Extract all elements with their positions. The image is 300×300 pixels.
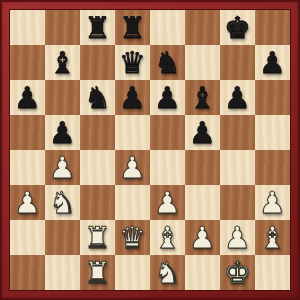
square-g8[interactable]: ♚ — [220, 10, 255, 45]
square-b1[interactable] — [45, 255, 80, 290]
piece-white-pawn[interactable]: ♟ — [119, 150, 146, 185]
square-d3[interactable] — [115, 185, 150, 220]
piece-black-king[interactable]: ♚ — [224, 10, 251, 45]
piece-black-bishop[interactable]: ♝ — [49, 45, 76, 80]
square-e8[interactable] — [150, 10, 185, 45]
square-e6[interactable]: ♟ — [150, 80, 185, 115]
piece-black-bishop[interactable]: ♝ — [189, 80, 216, 115]
piece-black-queen[interactable]: ♛ — [119, 45, 146, 80]
square-h2[interactable]: ♝ — [255, 220, 290, 255]
square-b7[interactable]: ♝ — [45, 45, 80, 80]
square-b6[interactable] — [45, 80, 80, 115]
piece-black-pawn[interactable]: ♟ — [154, 80, 181, 115]
square-e1[interactable]: ♞ — [150, 255, 185, 290]
square-b2[interactable] — [45, 220, 80, 255]
square-g6[interactable]: ♟ — [220, 80, 255, 115]
square-d4[interactable]: ♟ — [115, 150, 150, 185]
square-f1[interactable] — [185, 255, 220, 290]
square-d8[interactable]: ♜ — [115, 10, 150, 45]
piece-black-rook[interactable]: ♜ — [119, 10, 146, 45]
square-b8[interactable] — [45, 10, 80, 45]
square-e4[interactable] — [150, 150, 185, 185]
square-g7[interactable] — [220, 45, 255, 80]
square-h4[interactable] — [255, 150, 290, 185]
piece-white-queen[interactable]: ♛ — [119, 220, 146, 255]
square-b3[interactable]: ♞ — [45, 185, 80, 220]
chess-board: ♜♜♚♝♛♞♟♟♞♟♟♝♟♟♟♟♟♟♞♟♟♜♛♝♟♟♝♜♞♚ — [10, 10, 290, 290]
piece-black-pawn[interactable]: ♟ — [259, 45, 286, 80]
piece-white-knight[interactable]: ♞ — [49, 185, 76, 220]
square-d2[interactable]: ♛ — [115, 220, 150, 255]
square-c2[interactable]: ♜ — [80, 220, 115, 255]
square-d1[interactable] — [115, 255, 150, 290]
square-c3[interactable] — [80, 185, 115, 220]
square-e3[interactable]: ♟ — [150, 185, 185, 220]
square-h7[interactable]: ♟ — [255, 45, 290, 80]
square-a1[interactable] — [10, 255, 45, 290]
square-a7[interactable] — [10, 45, 45, 80]
square-h5[interactable] — [255, 115, 290, 150]
piece-white-pawn[interactable]: ♟ — [49, 150, 76, 185]
piece-white-pawn[interactable]: ♟ — [14, 185, 41, 220]
square-d6[interactable]: ♟ — [115, 80, 150, 115]
square-f6[interactable]: ♝ — [185, 80, 220, 115]
square-h3[interactable]: ♟ — [255, 185, 290, 220]
square-d5[interactable] — [115, 115, 150, 150]
square-f7[interactable] — [185, 45, 220, 80]
square-h6[interactable] — [255, 80, 290, 115]
square-h8[interactable] — [255, 10, 290, 45]
square-c1[interactable]: ♜ — [80, 255, 115, 290]
square-h1[interactable] — [255, 255, 290, 290]
piece-black-pawn[interactable]: ♟ — [14, 80, 41, 115]
piece-white-bishop[interactable]: ♝ — [154, 220, 181, 255]
square-c6[interactable]: ♞ — [80, 80, 115, 115]
piece-black-pawn[interactable]: ♟ — [119, 80, 146, 115]
square-a6[interactable]: ♟ — [10, 80, 45, 115]
square-f5[interactable]: ♟ — [185, 115, 220, 150]
square-b4[interactable]: ♟ — [45, 150, 80, 185]
piece-white-pawn[interactable]: ♟ — [189, 220, 216, 255]
piece-white-knight[interactable]: ♞ — [154, 255, 181, 290]
square-g5[interactable] — [220, 115, 255, 150]
square-f8[interactable] — [185, 10, 220, 45]
square-e5[interactable] — [150, 115, 185, 150]
square-c4[interactable] — [80, 150, 115, 185]
square-g4[interactable] — [220, 150, 255, 185]
square-g1[interactable]: ♚ — [220, 255, 255, 290]
board-frame: ♜♜♚♝♛♞♟♟♞♟♟♝♟♟♟♟♟♟♞♟♟♜♛♝♟♟♝♜♞♚ — [0, 0, 300, 300]
square-a4[interactable] — [10, 150, 45, 185]
piece-black-rook[interactable]: ♜ — [84, 10, 111, 45]
piece-black-pawn[interactable]: ♟ — [224, 80, 251, 115]
piece-white-pawn[interactable]: ♟ — [259, 185, 286, 220]
square-c8[interactable]: ♜ — [80, 10, 115, 45]
piece-black-pawn[interactable]: ♟ — [49, 115, 76, 150]
square-a3[interactable]: ♟ — [10, 185, 45, 220]
square-c5[interactable] — [80, 115, 115, 150]
piece-white-rook[interactable]: ♜ — [84, 220, 111, 255]
piece-black-knight[interactable]: ♞ — [84, 80, 111, 115]
piece-white-pawn[interactable]: ♟ — [224, 220, 251, 255]
square-f4[interactable] — [185, 150, 220, 185]
square-g2[interactable]: ♟ — [220, 220, 255, 255]
piece-white-pawn[interactable]: ♟ — [154, 185, 181, 220]
square-g3[interactable] — [220, 185, 255, 220]
piece-black-pawn[interactable]: ♟ — [189, 115, 216, 150]
square-c7[interactable] — [80, 45, 115, 80]
square-a8[interactable] — [10, 10, 45, 45]
square-b5[interactable]: ♟ — [45, 115, 80, 150]
square-f3[interactable] — [185, 185, 220, 220]
square-d7[interactable]: ♛ — [115, 45, 150, 80]
square-a2[interactable] — [10, 220, 45, 255]
square-a5[interactable] — [10, 115, 45, 150]
piece-white-rook[interactable]: ♜ — [84, 255, 111, 290]
piece-white-bishop[interactable]: ♝ — [259, 220, 286, 255]
square-f2[interactable]: ♟ — [185, 220, 220, 255]
square-e2[interactable]: ♝ — [150, 220, 185, 255]
square-e7[interactable]: ♞ — [150, 45, 185, 80]
piece-white-king[interactable]: ♚ — [224, 255, 251, 290]
piece-black-knight[interactable]: ♞ — [154, 45, 181, 80]
